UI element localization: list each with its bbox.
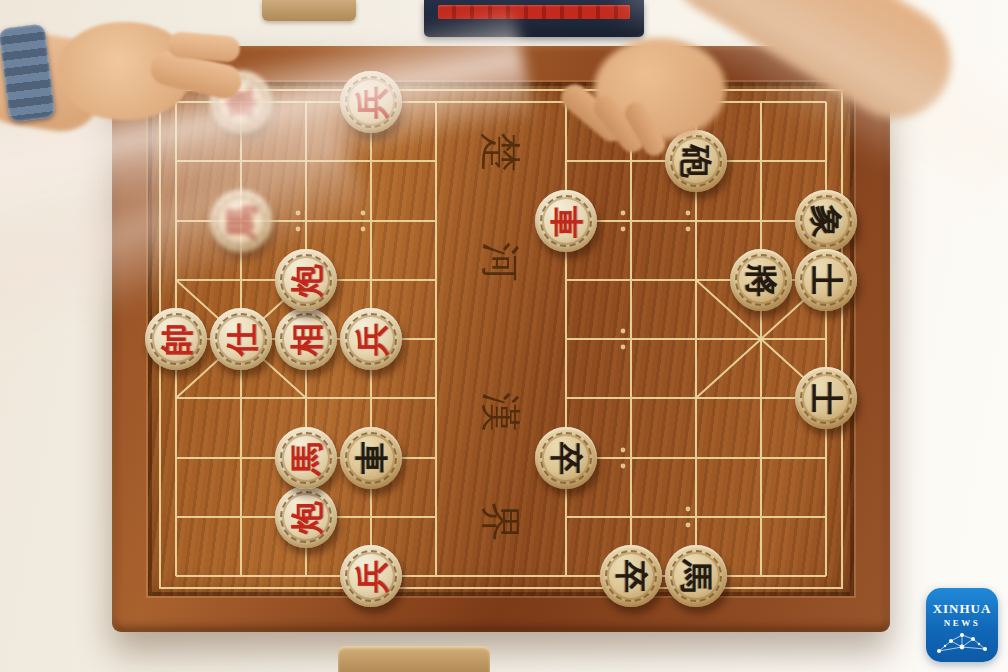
piece-red-horse[interactable]: 馬: [275, 427, 337, 489]
piece-black-general[interactable]: 將: [730, 249, 792, 311]
piece-black-chariot[interactable]: 車: [340, 427, 402, 489]
piece-character: 馬: [225, 205, 258, 238]
xinhua-news-logo: XINHUA NEWS: [926, 588, 998, 662]
piece-character: 車: [550, 205, 583, 238]
river-char-jie: 界: [478, 502, 524, 542]
piece-red-cannon[interactable]: 炮: [275, 486, 337, 548]
piece-storage-box: [424, 0, 644, 37]
piece-character: 車: [355, 442, 388, 475]
piece-red-general[interactable]: 帥: [145, 308, 207, 370]
resting-hand: [0, 0, 280, 170]
piece-character: 仕: [225, 323, 258, 356]
piece-red-soldier[interactable]: 兵: [340, 308, 402, 370]
piece-character: 兵: [355, 323, 388, 356]
piece-red-soldier[interactable]: 兵: [340, 71, 402, 133]
piece-character: 士: [810, 264, 843, 297]
piece-red-horse[interactable]: 馬: [210, 190, 272, 252]
piece-red-elephant[interactable]: 相: [275, 308, 337, 370]
piece-character: 卒: [550, 442, 583, 475]
logo-text-xinhua: XINHUA: [933, 601, 992, 617]
piece-character: 帥: [160, 323, 193, 356]
piece-character: 砲: [680, 145, 713, 178]
piece-character: 將: [745, 264, 778, 297]
piece-black-cannon[interactable]: 砲: [665, 130, 727, 192]
piece-character: 馬: [680, 560, 713, 593]
piece-character: 象: [810, 205, 843, 238]
piece-character: 馬: [290, 442, 323, 475]
piece-character: 兵: [355, 86, 388, 119]
photo-scene: 楚 河 漢 界 帥仕相兵炮兵兵炮馬車車馬砲象將士士車卒卒馬 XINHUA NEW…: [0, 0, 1008, 672]
piece-red-advisor[interactable]: 仕: [210, 308, 272, 370]
piece-character: 士: [810, 382, 843, 415]
wooden-box-edge: [338, 646, 490, 672]
river-char-he: 河: [478, 242, 524, 282]
logo-text-news: NEWS: [944, 618, 981, 628]
piece-black-soldier[interactable]: 卒: [535, 427, 597, 489]
piece-black-soldier[interactable]: 卒: [600, 545, 662, 607]
piece-red-soldier[interactable]: 兵: [340, 545, 402, 607]
river-char-chu: 楚: [478, 132, 524, 172]
piece-black-horse[interactable]: 馬: [665, 545, 727, 607]
piece-character: 卒: [615, 560, 648, 593]
piece-black-advisor[interactable]: 士: [795, 249, 857, 311]
piece-black-advisor[interactable]: 士: [795, 367, 857, 429]
piece-red-chariot[interactable]: 車: [535, 190, 597, 252]
network-globe-icon: [933, 631, 991, 655]
piece-black-elephant[interactable]: 象: [795, 190, 857, 252]
piece-character: 炮: [290, 501, 323, 534]
piece-character: 兵: [355, 560, 388, 593]
piece-character: 相: [290, 323, 323, 356]
river-char-han: 漢: [478, 392, 524, 432]
piece-character: 炮: [290, 264, 323, 297]
piece-red-cannon[interactable]: 炮: [275, 249, 337, 311]
piece-box-red-label: [438, 5, 630, 19]
